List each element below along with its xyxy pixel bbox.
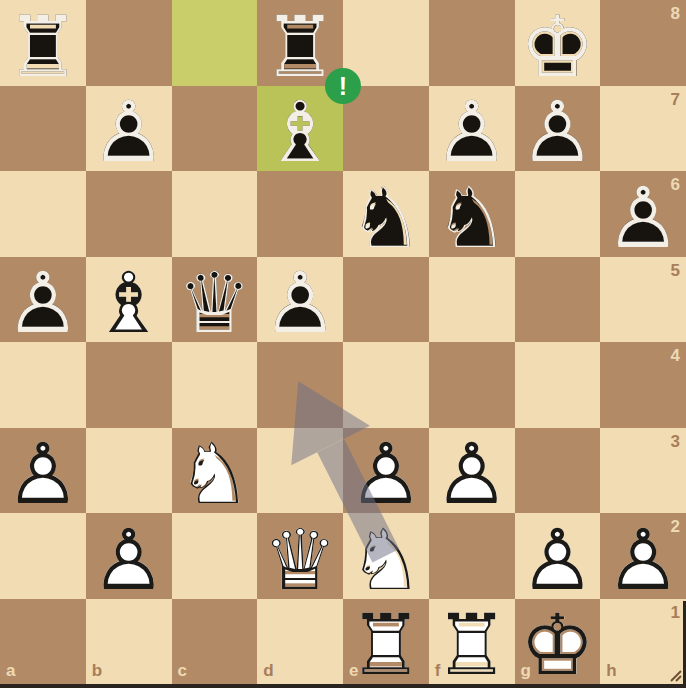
piece-white-pawn[interactable]: ♟♙ (600, 513, 686, 599)
black-king-detail-glyph: ♔ (520, 5, 595, 89)
white-rook-detail-glyph: ♖ (434, 603, 509, 687)
file-label-d: d (263, 662, 273, 679)
board-bottom-strip (0, 684, 686, 688)
black-knight-detail-glyph: ♘ (434, 176, 509, 260)
white-knight-detail-glyph: ♘ (348, 518, 423, 602)
square-a4[interactable] (0, 342, 86, 428)
square-d6[interactable] (257, 171, 343, 257)
square-a2[interactable] (0, 513, 86, 599)
square-c2[interactable] (172, 513, 258, 599)
piece-black-rook[interactable]: ♜♖ (0, 0, 86, 86)
piece-black-pawn[interactable]: ♟♙ (600, 171, 686, 257)
square-h7[interactable]: 7 (600, 86, 686, 172)
piece-white-rook[interactable]: ♜♖ (343, 599, 429, 685)
square-c4[interactable] (172, 342, 258, 428)
square-c7[interactable] (172, 86, 258, 172)
square-d5[interactable]: ♟♙ (257, 257, 343, 343)
white-pawn-detail-glyph: ♙ (91, 518, 166, 602)
black-pawn-detail-glyph: ♙ (605, 176, 680, 260)
square-g4[interactable] (515, 342, 601, 428)
square-g5[interactable] (515, 257, 601, 343)
square-a6[interactable] (0, 171, 86, 257)
piece-white-knight[interactable]: ♞♘ (172, 428, 258, 514)
square-a8[interactable]: ♜♖ (0, 0, 86, 86)
piece-white-pawn[interactable]: ♟♙ (0, 428, 86, 514)
piece-white-rook[interactable]: ♜♖ (429, 599, 515, 685)
square-g3[interactable] (515, 428, 601, 514)
black-pawn-detail-glyph: ♙ (434, 90, 509, 174)
white-bishop-detail-glyph: ♗ (91, 261, 166, 345)
white-rook-detail-glyph: ♖ (348, 603, 423, 687)
file-label-h: h (606, 662, 616, 679)
white-queen-detail-glyph: ♕ (262, 518, 337, 602)
square-b8[interactable] (86, 0, 172, 86)
square-c5[interactable]: ♛♕ (172, 257, 258, 343)
piece-white-bishop[interactable]: ♝♗ (86, 257, 172, 343)
square-f6[interactable]: ♞♘ (429, 171, 515, 257)
square-b6[interactable] (86, 171, 172, 257)
piece-white-pawn[interactable]: ♟♙ (515, 513, 601, 599)
piece-white-knight[interactable]: ♞♘ (343, 513, 429, 599)
file-label-a: a (6, 662, 15, 679)
square-e6[interactable]: ♞♘ (343, 171, 429, 257)
black-pawn-detail-glyph: ♙ (5, 261, 80, 345)
square-h2[interactable]: 2♟♙ (600, 513, 686, 599)
square-f1[interactable]: f♜♖ (429, 599, 515, 685)
square-e1[interactable]: e♜♖ (343, 599, 429, 685)
square-a3[interactable]: ♟♙ (0, 428, 86, 514)
square-g7[interactable]: ♟♙ (515, 86, 601, 172)
piece-black-pawn[interactable]: ♟♙ (429, 86, 515, 172)
square-g8[interactable]: ♚♔ (515, 0, 601, 86)
square-e5[interactable] (343, 257, 429, 343)
white-king-detail-glyph: ♔ (520, 603, 595, 687)
square-c8[interactable] (172, 0, 258, 86)
piece-white-king[interactable]: ♚♔ (515, 599, 601, 685)
white-knight-detail-glyph: ♘ (177, 432, 252, 516)
square-g2[interactable]: ♟♙ (515, 513, 601, 599)
piece-black-pawn[interactable]: ♟♙ (515, 86, 601, 172)
black-bishop-detail-glyph: ♗ (262, 90, 337, 174)
piece-white-pawn[interactable]: ♟♙ (429, 428, 515, 514)
square-f2[interactable] (429, 513, 515, 599)
white-pawn-detail-glyph: ♙ (434, 432, 509, 516)
black-pawn-detail-glyph: ♙ (91, 90, 166, 174)
black-queen-detail-glyph: ♕ (177, 261, 252, 345)
square-f5[interactable] (429, 257, 515, 343)
white-pawn-detail-glyph: ♙ (348, 432, 423, 516)
square-d1[interactable]: d (257, 599, 343, 685)
square-e2[interactable]: ♞♘ (343, 513, 429, 599)
square-g6[interactable] (515, 171, 601, 257)
black-pawn-detail-glyph: ♙ (262, 261, 337, 345)
square-f7[interactable]: ♟♙ (429, 86, 515, 172)
piece-black-king[interactable]: ♚♔ (515, 0, 601, 86)
black-knight-detail-glyph: ♘ (348, 176, 423, 260)
square-b4[interactable] (86, 342, 172, 428)
square-b1[interactable]: b (86, 599, 172, 685)
square-a1[interactable]: a (0, 599, 86, 685)
square-b3[interactable] (86, 428, 172, 514)
file-label-c: c (178, 662, 187, 679)
square-f8[interactable] (429, 0, 515, 86)
piece-black-pawn[interactable]: ♟♙ (257, 257, 343, 343)
resize-handle-icon[interactable] (668, 668, 682, 682)
rank-label-3: 3 (671, 433, 680, 450)
rank-label-7: 7 (671, 91, 680, 108)
square-f3[interactable]: ♟♙ (429, 428, 515, 514)
square-b2[interactable]: ♟♙ (86, 513, 172, 599)
square-c1[interactable]: c (172, 599, 258, 685)
square-c6[interactable] (172, 171, 258, 257)
square-f4[interactable] (429, 342, 515, 428)
square-h4[interactable]: 4 (600, 342, 686, 428)
good-move-badge-symbol: ! (339, 74, 347, 99)
piece-black-pawn[interactable]: ♟♙ (86, 86, 172, 172)
black-rook-detail-glyph: ♖ (5, 5, 80, 89)
square-e4[interactable] (343, 342, 429, 428)
square-d4[interactable] (257, 342, 343, 428)
piece-black-pawn[interactable]: ♟♙ (0, 257, 86, 343)
square-h5[interactable]: 5 (600, 257, 686, 343)
piece-black-knight[interactable]: ♞♘ (429, 171, 515, 257)
piece-white-pawn[interactable]: ♟♙ (86, 513, 172, 599)
piece-white-queen[interactable]: ♛♕ (257, 513, 343, 599)
rank-label-4: 4 (671, 347, 680, 364)
rank-label-8: 8 (671, 5, 680, 22)
white-pawn-detail-glyph: ♙ (605, 518, 680, 602)
white-pawn-detail-glyph: ♙ (5, 432, 80, 516)
white-pawn-detail-glyph: ♙ (520, 518, 595, 602)
square-c3[interactable]: ♞♘ (172, 428, 258, 514)
square-h6[interactable]: 6♟♙ (600, 171, 686, 257)
piece-white-pawn[interactable]: ♟♙ (343, 428, 429, 514)
square-b7[interactable]: ♟♙ (86, 86, 172, 172)
square-h8[interactable]: 8 (600, 0, 686, 86)
piece-black-knight[interactable]: ♞♘ (343, 171, 429, 257)
chess-board-app: ♜♖♜♖♚♔8♟♙♝♗♟♙♟♙7♞♘♞♘6♟♙♟♙♝♗♛♕♟♙54♟♙♞♘♟♙♟… (0, 0, 686, 688)
square-a7[interactable] (0, 86, 86, 172)
square-g1[interactable]: g♚♔ (515, 599, 601, 685)
square-e3[interactable]: ♟♙ (343, 428, 429, 514)
piece-black-queen[interactable]: ♛♕ (172, 257, 258, 343)
square-d3[interactable] (257, 428, 343, 514)
file-label-b: b (92, 662, 102, 679)
square-b5[interactable]: ♝♗ (86, 257, 172, 343)
square-d2[interactable]: ♛♕ (257, 513, 343, 599)
square-a5[interactable]: ♟♙ (0, 257, 86, 343)
black-pawn-detail-glyph: ♙ (520, 90, 595, 174)
square-h3[interactable]: 3 (600, 428, 686, 514)
good-move-badge: ! (325, 68, 361, 104)
